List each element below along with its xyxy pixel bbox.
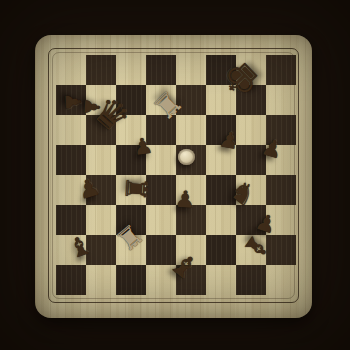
piece-dark-pawn[interactable]: ♟ [132, 135, 155, 160]
piece-dark-pawn[interactable]: ♟ [75, 174, 102, 203]
piece-light-rook[interactable]: ♜ [110, 218, 147, 256]
piece-dark-rook[interactable]: ♜ [120, 175, 150, 202]
pieces-layer: ♟♟♛♜♚♟♟♟♟♜♟♞♟♝♜♝♝ [0, 0, 350, 350]
piece-light-rook[interactable]: ♜ [147, 84, 187, 124]
piece-dark-king[interactable]: ♚ [214, 52, 268, 106]
piece-dark-bishop[interactable]: ♝ [65, 230, 96, 262]
piece-dark-bishop[interactable]: ♝ [164, 246, 204, 286]
tabletop-photo: Overhead chessboard with scattered falle… [0, 0, 350, 350]
piece-dark-pawn[interactable]: ♟ [174, 188, 196, 212]
piece-dark-pawn[interactable]: ♟ [259, 135, 285, 163]
piece-dark-knight[interactable]: ♞ [224, 175, 261, 213]
piece-dark-pawn[interactable]: ♟ [217, 128, 240, 153]
piece-light-pawn[interactable] [178, 149, 195, 165]
